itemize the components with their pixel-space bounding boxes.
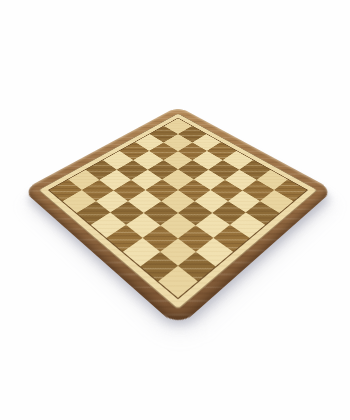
chessboard <box>22 106 333 327</box>
board-frame <box>22 106 333 327</box>
playing-field <box>48 118 308 300</box>
product-photo <box>0 0 350 420</box>
maple-border <box>38 113 318 310</box>
